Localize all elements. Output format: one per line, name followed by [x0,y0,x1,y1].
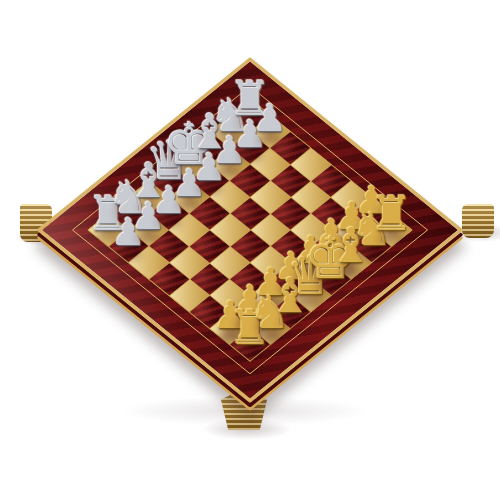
board-foot-right [462,204,494,238]
board-squares: ♜♞♝♛♚♝♞♜♟♟♟♟♟♟♟♟♟♟♟♟♟♟♟♟♜♞♝♛♚♝♞♜ [87,98,412,361]
board-pinstripe: ♜♞♝♛♚♝♞♜♟♟♟♟♟♟♟♟♟♟♟♟♟♟♟♟♜♞♝♛♚♝♞♜ [72,86,428,375]
gold-rook-piece[interactable]: ♜ [370,189,413,237]
silver-pawn-piece[interactable]: ♟ [253,99,287,137]
chess-board: ♜♞♝♛♚♝♞♜♟♟♟♟♟♟♟♟♟♟♟♟♟♟♟♟♜♞♝♛♚♝♞♜ [36,57,463,403]
chess-set-photo: ♜♞♝♛♚♝♞♜♟♟♟♟♟♟♟♟♟♟♟♟♟♟♟♟♜♞♝♛♚♝♞♜ [0,0,500,500]
board-frame: ♜♞♝♛♚♝♞♜♟♟♟♟♟♟♟♟♟♟♟♟♟♟♟♟♜♞♝♛♚♝♞♜ [36,57,463,403]
